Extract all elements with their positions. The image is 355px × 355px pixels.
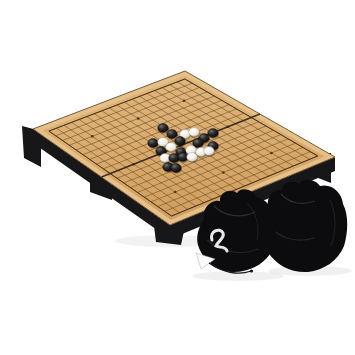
product-photo (0, 0, 355, 355)
star-point (137, 117, 140, 120)
go-set-photo-svg (0, 0, 355, 355)
star-point (183, 99, 186, 102)
star-point (174, 191, 177, 194)
star-point (91, 135, 94, 138)
cord-knot (250, 269, 253, 272)
star-point (222, 171, 225, 174)
star-point (270, 152, 273, 155)
stone-bag-right (263, 180, 347, 272)
